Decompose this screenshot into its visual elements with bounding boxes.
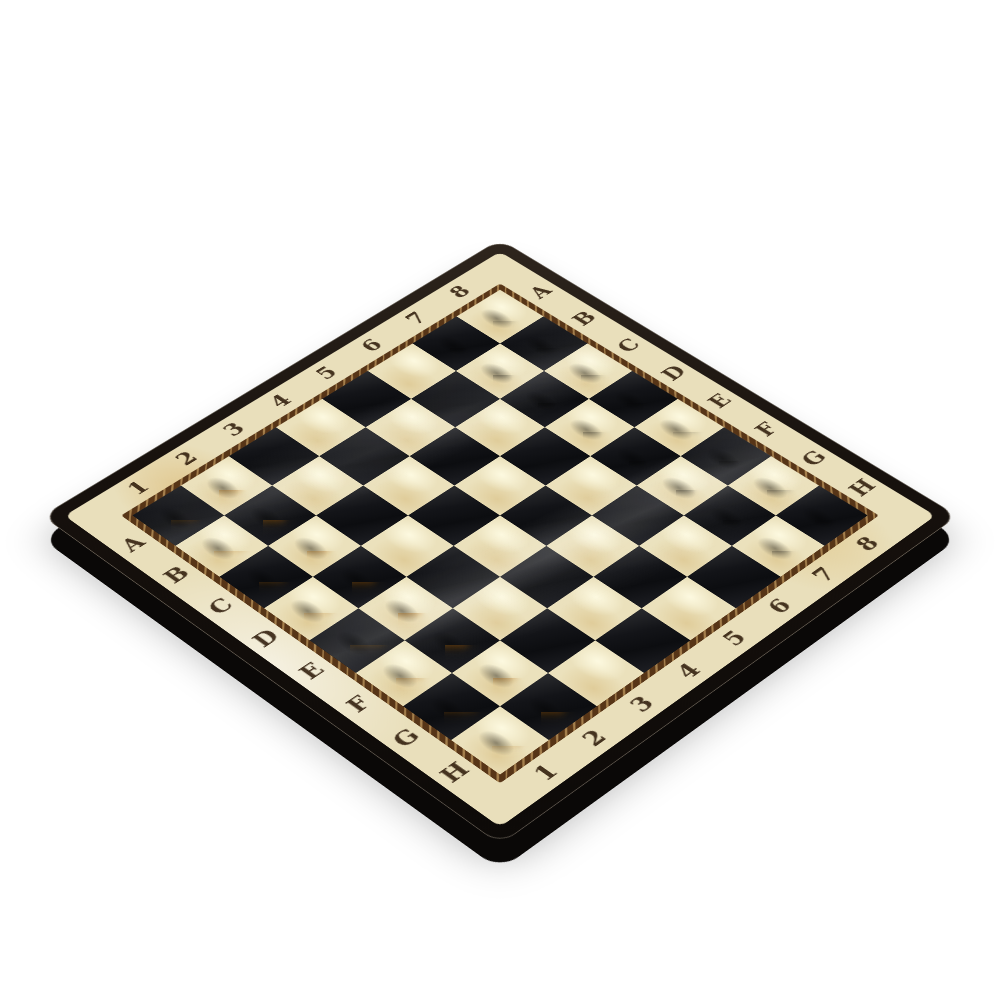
rank-label-3-right: 3 — [626, 692, 659, 715]
rank-label-5-left: 5 — [312, 363, 342, 382]
product-photo-amber-chess-set: AABBCCDDEEFFGGHH1122334455667788 ♜♞♝♛♚♝♞… — [0, 0, 1000, 1000]
file-label-h-far: H — [844, 476, 880, 499]
rank-label-8-right: 8 — [852, 533, 884, 554]
rank-label-1-right: 1 — [529, 760, 563, 784]
file-label-f-near: F — [341, 692, 374, 715]
rank-label-4-left: 4 — [266, 391, 296, 410]
white-rook-glyph: ♜ — [448, 657, 538, 757]
file-label-d-near: D — [248, 626, 283, 650]
rank-label-6-left: 6 — [357, 336, 387, 355]
chess-board: AABBCCDDEEFFGGHH1122334455667788 ♜♞♝♛♚♝♞… — [42, 239, 958, 845]
file-label-b-near: B — [159, 563, 193, 586]
black-pawn-glyph: ♟ — [649, 437, 702, 497]
rank-label-7-right: 7 — [808, 564, 840, 585]
file-label-h-near: H — [435, 759, 473, 786]
rank-label-6-right: 6 — [764, 595, 796, 617]
rank-label-2-right: 2 — [578, 726, 611, 749]
rank-label-5-right: 5 — [718, 627, 751, 649]
file-label-a-near: A — [116, 533, 149, 555]
black-pawn-glyph: ♟ — [602, 408, 655, 467]
file-label-e-near: E — [294, 659, 328, 682]
black-pawn-glyph: ♟ — [744, 497, 798, 558]
file-label-c-near: C — [203, 595, 237, 618]
black-pawn-glyph: ♟ — [696, 467, 750, 527]
rank-label-4-right: 4 — [672, 659, 705, 681]
pieces-layer: ♜♞♝♛♚♝♞♜♟♟♟♟♟♟♟♟♟♟♟♟♟♟♟♟♜♞♝♛♚♝♞♜ — [132, 289, 868, 774]
file-label-g-near: G — [387, 725, 423, 750]
black-pawn-glyph: ♟ — [557, 380, 610, 439]
